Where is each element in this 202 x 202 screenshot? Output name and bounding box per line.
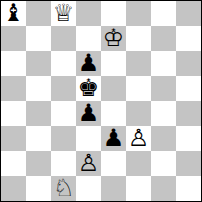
square-c6[interactable]	[51, 51, 76, 76]
square-h6[interactable]	[176, 51, 201, 76]
piece-white-pawn: ♙	[128, 126, 150, 151]
square-c7[interactable]	[51, 26, 76, 51]
square-b2[interactable]	[26, 151, 51, 176]
square-d5[interactable]: ♚	[76, 76, 101, 101]
square-d6[interactable]: ♟	[76, 51, 101, 76]
piece-black-pawn: ♟	[78, 51, 100, 76]
square-g1[interactable]	[151, 176, 176, 201]
square-e1[interactable]	[101, 176, 126, 201]
square-g8[interactable]	[151, 1, 176, 26]
piece-white-queen: ♕	[53, 1, 75, 26]
piece-white-knight: ♘	[53, 176, 75, 201]
square-b3[interactable]	[26, 126, 51, 151]
square-b1[interactable]	[26, 176, 51, 201]
square-c5[interactable]	[51, 76, 76, 101]
square-b8[interactable]	[26, 1, 51, 26]
piece-black-pawn: ♟	[78, 101, 100, 126]
square-e8[interactable]	[101, 1, 126, 26]
square-b5[interactable]	[26, 76, 51, 101]
square-g4[interactable]	[151, 101, 176, 126]
square-f4[interactable]	[126, 101, 151, 126]
square-h5[interactable]	[176, 76, 201, 101]
square-g6[interactable]	[151, 51, 176, 76]
square-e2[interactable]	[101, 151, 126, 176]
square-a3[interactable]	[1, 126, 26, 151]
square-d7[interactable]	[76, 26, 101, 51]
piece-black-bishop: ♝	[3, 1, 25, 26]
piece-black-king: ♚	[78, 76, 100, 101]
square-c2[interactable]	[51, 151, 76, 176]
square-e3[interactable]: ♟	[101, 126, 126, 151]
square-g5[interactable]	[151, 76, 176, 101]
square-g3[interactable]	[151, 126, 176, 151]
square-c4[interactable]	[51, 101, 76, 126]
square-a4[interactable]	[1, 101, 26, 126]
square-a7[interactable]	[1, 26, 26, 51]
square-f8[interactable]	[126, 1, 151, 26]
square-a8[interactable]: ♝	[1, 1, 26, 26]
square-g7[interactable]	[151, 26, 176, 51]
square-d3[interactable]	[76, 126, 101, 151]
square-c8[interactable]: ♕	[51, 1, 76, 26]
square-d8[interactable]	[76, 1, 101, 26]
square-h2[interactable]	[176, 151, 201, 176]
square-f6[interactable]	[126, 51, 151, 76]
square-f3[interactable]: ♙	[126, 126, 151, 151]
square-h1[interactable]	[176, 176, 201, 201]
chess-board: ♝♕♔♟♚♟♟♙♙♘	[0, 0, 202, 202]
square-e7[interactable]: ♔	[101, 26, 126, 51]
square-e6[interactable]	[101, 51, 126, 76]
square-b7[interactable]	[26, 26, 51, 51]
square-d2[interactable]: ♙	[76, 151, 101, 176]
square-a2[interactable]	[1, 151, 26, 176]
piece-white-pawn: ♙	[78, 151, 100, 176]
square-f5[interactable]	[126, 76, 151, 101]
square-f7[interactable]	[126, 26, 151, 51]
square-e5[interactable]	[101, 76, 126, 101]
square-c1[interactable]: ♘	[51, 176, 76, 201]
square-c3[interactable]	[51, 126, 76, 151]
square-a1[interactable]	[1, 176, 26, 201]
square-h3[interactable]	[176, 126, 201, 151]
square-f1[interactable]	[126, 176, 151, 201]
square-a5[interactable]	[1, 76, 26, 101]
piece-black-pawn: ♟	[103, 126, 125, 151]
square-g2[interactable]	[151, 151, 176, 176]
square-a6[interactable]	[1, 51, 26, 76]
square-b6[interactable]	[26, 51, 51, 76]
square-h4[interactable]	[176, 101, 201, 126]
square-b4[interactable]	[26, 101, 51, 126]
square-f2[interactable]	[126, 151, 151, 176]
piece-white-king: ♔	[103, 26, 125, 51]
square-e4[interactable]	[101, 101, 126, 126]
square-h8[interactable]	[176, 1, 201, 26]
square-h7[interactable]	[176, 26, 201, 51]
square-d1[interactable]	[76, 176, 101, 201]
square-d4[interactable]: ♟	[76, 101, 101, 126]
